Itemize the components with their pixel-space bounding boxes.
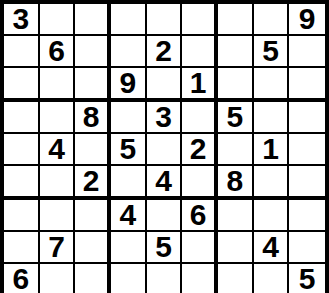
cell-r6c5[interactable]: 4	[147, 166, 183, 200]
cell-r2c6[interactable]	[182, 36, 218, 68]
cell-r3c8[interactable]	[254, 68, 290, 102]
cell-r9c7[interactable]	[218, 264, 254, 293]
cell-r4c7[interactable]: 5	[218, 102, 254, 134]
cell-r9c3[interactable]	[75, 264, 111, 293]
cell-r9c1[interactable]: 6	[4, 264, 40, 293]
cell-r6c6[interactable]	[182, 166, 218, 200]
cell-r1c8[interactable]	[254, 4, 290, 36]
cell-r6c8[interactable]	[254, 166, 290, 200]
cell-r1c7[interactable]	[218, 4, 254, 36]
cell-r5c5[interactable]	[147, 134, 183, 166]
cell-r5c2[interactable]: 4	[40, 134, 76, 166]
cell-r4c2[interactable]	[40, 102, 76, 134]
cell-r1c2[interactable]	[40, 4, 76, 36]
cell-r5c1[interactable]	[4, 134, 40, 166]
cell-r3c6[interactable]: 1	[182, 68, 218, 102]
cell-r6c4[interactable]	[111, 166, 147, 200]
cell-r2c2[interactable]: 6	[40, 36, 76, 68]
cell-r5c8[interactable]: 1	[254, 134, 290, 166]
cell-r4c1[interactable]	[4, 102, 40, 134]
cell-r7c9[interactable]	[289, 200, 325, 232]
cell-r3c3[interactable]	[75, 68, 111, 102]
cell-r6c7[interactable]: 8	[218, 166, 254, 200]
cell-r7c1[interactable]	[4, 200, 40, 232]
cell-r3c9[interactable]	[289, 68, 325, 102]
cell-r2c5[interactable]: 2	[147, 36, 183, 68]
cell-r3c7[interactable]	[218, 68, 254, 102]
cell-r8c5[interactable]: 5	[147, 232, 183, 264]
cell-r5c4[interactable]: 5	[111, 134, 147, 166]
cell-r6c3[interactable]: 2	[75, 166, 111, 200]
cell-r3c4[interactable]: 9	[111, 68, 147, 102]
cell-r5c3[interactable]	[75, 134, 111, 166]
cell-r9c8[interactable]	[254, 264, 290, 293]
cell-r2c1[interactable]	[4, 36, 40, 68]
cell-r2c3[interactable]	[75, 36, 111, 68]
cell-r8c1[interactable]	[4, 232, 40, 264]
cell-r8c4[interactable]	[111, 232, 147, 264]
cell-r7c6[interactable]: 6	[182, 200, 218, 232]
cell-r2c7[interactable]	[218, 36, 254, 68]
cell-r1c9[interactable]: 9	[289, 4, 325, 36]
cell-r4c6[interactable]	[182, 102, 218, 134]
cell-r7c8[interactable]	[254, 200, 290, 232]
cell-r9c2[interactable]	[40, 264, 76, 293]
cell-r6c9[interactable]	[289, 166, 325, 200]
cell-r8c9[interactable]	[289, 232, 325, 264]
cell-r1c3[interactable]	[75, 4, 111, 36]
cell-r8c2[interactable]: 7	[40, 232, 76, 264]
cell-r2c9[interactable]	[289, 36, 325, 68]
cell-r5c9[interactable]	[289, 134, 325, 166]
cell-r3c1[interactable]	[4, 68, 40, 102]
cell-r2c4[interactable]	[111, 36, 147, 68]
cell-r7c2[interactable]	[40, 200, 76, 232]
cell-r4c9[interactable]	[289, 102, 325, 134]
cell-r1c1[interactable]: 3	[4, 4, 40, 36]
cell-r7c7[interactable]	[218, 200, 254, 232]
cell-r8c7[interactable]	[218, 232, 254, 264]
cell-r4c5[interactable]: 3	[147, 102, 183, 134]
cell-r1c4[interactable]	[111, 4, 147, 36]
cell-r8c3[interactable]	[75, 232, 111, 264]
cell-r9c4[interactable]	[111, 264, 147, 293]
cell-r2c8[interactable]: 5	[254, 36, 290, 68]
cell-r6c1[interactable]	[4, 166, 40, 200]
cell-r4c8[interactable]	[254, 102, 290, 134]
cell-r9c5[interactable]	[147, 264, 183, 293]
cell-r6c2[interactable]	[40, 166, 76, 200]
cell-r4c4[interactable]	[111, 102, 147, 134]
cell-r3c5[interactable]	[147, 68, 183, 102]
cell-r5c6[interactable]: 2	[182, 134, 218, 166]
cell-r3c2[interactable]	[40, 68, 76, 102]
cell-r4c3[interactable]: 8	[75, 102, 111, 134]
cell-r7c4[interactable]: 4	[111, 200, 147, 232]
cell-r8c6[interactable]	[182, 232, 218, 264]
cell-r7c5[interactable]	[147, 200, 183, 232]
cell-r7c3[interactable]	[75, 200, 111, 232]
cell-r9c6[interactable]	[182, 264, 218, 293]
cell-r1c5[interactable]	[147, 4, 183, 36]
cell-r8c8[interactable]: 4	[254, 232, 290, 264]
cell-r5c7[interactable]	[218, 134, 254, 166]
cell-r1c6[interactable]	[182, 4, 218, 36]
cell-r9c9[interactable]: 5	[289, 264, 325, 293]
sudoku-board: 396259183545212484675465	[0, 0, 329, 293]
